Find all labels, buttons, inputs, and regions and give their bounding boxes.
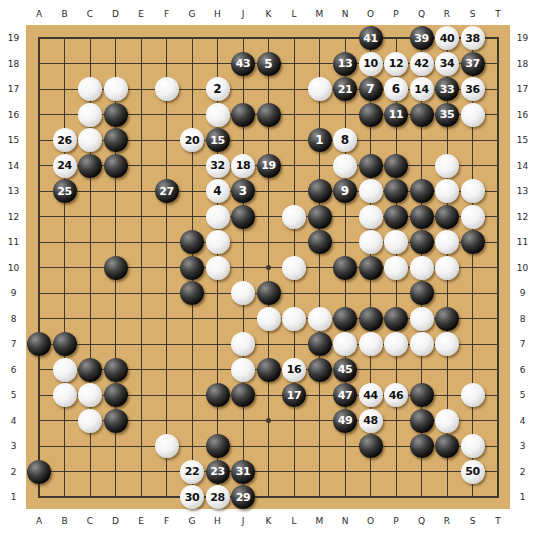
stone-O5[interactable]: 44 (359, 383, 383, 407)
row-label-11-left: 11 (4, 237, 23, 248)
move-number: 39 (414, 32, 428, 45)
stone-S18[interactable]: 37 (461, 52, 485, 76)
row-label-6-left: 6 (4, 365, 23, 376)
move-number: 7 (366, 82, 374, 96)
stone-J1[interactable]: 29 (231, 485, 255, 509)
col-label-R-bottom: R (439, 516, 455, 527)
stone-G15[interactable]: 20 (180, 128, 204, 152)
col-label-C-bottom: C (82, 516, 98, 527)
stone-M7[interactable] (308, 332, 332, 356)
stone-C5[interactable] (78, 383, 102, 407)
stone-D4[interactable] (104, 409, 128, 433)
stone-H16[interactable] (206, 103, 230, 127)
stone-R8[interactable] (435, 307, 459, 331)
stone-P14[interactable] (384, 154, 408, 178)
stone-S11[interactable] (461, 230, 485, 254)
stone-H15[interactable]: 15 (206, 128, 230, 152)
grid-line-vertical (497, 37, 499, 498)
col-label-O-top: O (363, 9, 379, 20)
stone-Q19[interactable]: 39 (410, 26, 434, 50)
stone-M11[interactable] (308, 230, 332, 254)
stone-C6[interactable] (78, 358, 102, 382)
move-number: 34 (440, 57, 454, 70)
stone-P5[interactable]: 46 (384, 383, 408, 407)
col-label-C-top: C (82, 9, 98, 20)
stone-N6[interactable]: 45 (333, 358, 357, 382)
stone-M13[interactable] (308, 179, 332, 203)
row-label-13-right: 13 (513, 186, 532, 197)
stone-D16[interactable] (104, 103, 128, 127)
stone-D14[interactable] (104, 154, 128, 178)
stone-G1[interactable]: 30 (180, 485, 204, 509)
stone-C14[interactable] (78, 154, 102, 178)
stone-P16[interactable]: 11 (384, 103, 408, 127)
move-number: 49 (338, 414, 352, 427)
move-number: 29 (236, 491, 250, 504)
col-label-S-bottom: S (465, 516, 481, 527)
row-label-10-left: 10 (4, 263, 23, 274)
stone-O18[interactable]: 10 (359, 52, 383, 76)
move-number: 28 (210, 491, 224, 504)
col-label-R-top: R (439, 9, 455, 20)
stone-H10[interactable] (206, 256, 230, 280)
move-number: 1 (315, 133, 323, 147)
stone-A7[interactable] (27, 332, 51, 356)
stone-S12[interactable] (461, 205, 485, 229)
stone-J12[interactable] (231, 205, 255, 229)
move-number: 47 (338, 389, 352, 402)
stone-K14[interactable]: 19 (257, 154, 281, 178)
row-label-16-right: 16 (513, 110, 532, 121)
move-number: 31 (236, 465, 250, 478)
stone-P10[interactable] (384, 256, 408, 280)
move-number: 14 (414, 83, 428, 96)
grid-line-horizontal (38, 496, 499, 498)
stone-K16[interactable] (257, 103, 281, 127)
stone-R11[interactable] (435, 230, 459, 254)
col-label-D-top: D (108, 9, 124, 20)
stone-D5[interactable] (104, 383, 128, 407)
stone-Q7[interactable] (410, 332, 434, 356)
col-label-B-top: B (57, 9, 73, 20)
stone-J18[interactable]: 43 (231, 52, 255, 76)
stone-J16[interactable] (231, 103, 255, 127)
stone-O17[interactable]: 7 (359, 77, 383, 101)
stone-H17[interactable]: 2 (206, 77, 230, 101)
stone-R14[interactable] (435, 154, 459, 178)
move-number: 27 (159, 185, 173, 198)
move-number: 36 (465, 83, 479, 96)
stone-R16[interactable]: 35 (435, 103, 459, 127)
col-label-D-bottom: D (108, 516, 124, 527)
stone-J9[interactable] (231, 281, 255, 305)
row-label-8-right: 8 (513, 314, 532, 325)
col-label-H-top: H (210, 9, 226, 20)
row-label-19-right: 19 (513, 33, 532, 44)
move-number: 17 (287, 389, 301, 402)
stone-D10[interactable] (104, 256, 128, 280)
stone-H13[interactable]: 4 (206, 179, 230, 203)
stone-H5[interactable] (206, 383, 230, 407)
col-label-P-top: P (388, 9, 404, 20)
stone-Q4[interactable] (410, 409, 434, 433)
stone-C4[interactable] (78, 409, 102, 433)
stone-O8[interactable] (359, 307, 383, 331)
stone-A2[interactable] (27, 460, 51, 484)
stone-H14[interactable]: 32 (206, 154, 230, 178)
stone-B6[interactable] (53, 358, 77, 382)
col-label-L-top: L (286, 9, 302, 20)
stone-K18[interactable]: 5 (257, 52, 281, 76)
move-number: 25 (57, 185, 71, 198)
stone-F17[interactable] (155, 77, 179, 101)
row-label-13-left: 13 (4, 186, 23, 197)
stone-O13[interactable] (359, 179, 383, 203)
col-label-T-top: T (490, 9, 506, 20)
stone-J6[interactable] (231, 358, 255, 382)
stone-L5[interactable]: 17 (282, 383, 306, 407)
col-label-A-bottom: A (31, 516, 47, 527)
col-label-H-bottom: H (210, 516, 226, 527)
stone-N13[interactable]: 9 (333, 179, 357, 203)
row-label-7-left: 7 (4, 339, 23, 350)
stone-D15[interactable] (104, 128, 128, 152)
grid-line-horizontal (38, 471, 499, 472)
move-number: 38 (465, 32, 479, 45)
stone-M15[interactable]: 1 (308, 128, 332, 152)
stone-P12[interactable] (384, 205, 408, 229)
move-number: 6 (392, 82, 400, 96)
stone-R10[interactable] (435, 256, 459, 280)
move-number: 22 (185, 465, 199, 478)
stone-O12[interactable] (359, 205, 383, 229)
stone-M17[interactable] (308, 77, 332, 101)
stone-B5[interactable] (53, 383, 77, 407)
stone-J14[interactable]: 18 (231, 154, 255, 178)
stone-J7[interactable] (231, 332, 255, 356)
row-label-18-right: 18 (513, 59, 532, 70)
row-label-19-left: 19 (4, 33, 23, 44)
row-label-4-right: 4 (513, 416, 532, 427)
stone-J5[interactable] (231, 383, 255, 407)
stone-Q3[interactable] (410, 434, 434, 458)
stone-R12[interactable] (435, 205, 459, 229)
move-number: 5 (264, 57, 272, 71)
stone-M8[interactable] (308, 307, 332, 331)
row-label-12-left: 12 (4, 212, 23, 223)
col-label-F-bottom: F (159, 516, 175, 527)
stone-H2[interactable]: 23 (206, 460, 230, 484)
row-label-8-left: 8 (4, 314, 23, 325)
move-number: 24 (57, 159, 71, 172)
stone-O14[interactable] (359, 154, 383, 178)
stone-P11[interactable] (384, 230, 408, 254)
move-number: 20 (185, 134, 199, 147)
col-label-G-bottom: G (184, 516, 200, 527)
stone-L8[interactable] (282, 307, 306, 331)
grid-line-vertical (319, 37, 320, 498)
stone-G9[interactable] (180, 281, 204, 305)
stone-S13[interactable] (461, 179, 485, 203)
stone-Q5[interactable] (410, 383, 434, 407)
stone-Q11[interactable] (410, 230, 434, 254)
stone-R13[interactable] (435, 179, 459, 203)
star-point (266, 265, 271, 270)
stone-R4[interactable] (435, 409, 459, 433)
move-number: 15 (210, 134, 224, 147)
move-number: 26 (57, 134, 71, 147)
stone-N10[interactable] (333, 256, 357, 280)
row-label-4-left: 4 (4, 416, 23, 427)
stone-O7[interactable] (359, 332, 383, 356)
col-label-L-bottom: L (286, 516, 302, 527)
col-label-M-top: M (312, 9, 328, 20)
move-number: 3 (239, 184, 247, 198)
move-number: 41 (363, 32, 377, 45)
row-label-2-left: 2 (4, 467, 23, 478)
stone-F3[interactable] (155, 434, 179, 458)
move-number: 37 (465, 57, 479, 70)
stone-K8[interactable] (257, 307, 281, 331)
col-label-S-top: S (465, 9, 481, 20)
move-number: 21 (338, 83, 352, 96)
move-number: 8 (341, 133, 349, 147)
stone-C17[interactable] (78, 77, 102, 101)
move-number: 44 (363, 389, 377, 402)
stone-N4[interactable]: 49 (333, 409, 357, 433)
stone-S5[interactable] (461, 383, 485, 407)
stone-N5[interactable]: 47 (333, 383, 357, 407)
stone-C16[interactable] (78, 103, 102, 127)
move-number: 13 (338, 57, 352, 70)
row-label-3-left: 3 (4, 441, 23, 452)
col-label-N-bottom: N (337, 516, 353, 527)
stone-D6[interactable] (104, 358, 128, 382)
col-label-J-top: J (235, 9, 251, 20)
stone-L10[interactable] (282, 256, 306, 280)
stone-O16[interactable] (359, 103, 383, 127)
stone-Q16[interactable] (410, 103, 434, 127)
row-label-6-right: 6 (513, 365, 532, 376)
col-label-T-bottom: T (490, 516, 506, 527)
row-label-7-right: 7 (513, 339, 532, 350)
stone-Q8[interactable] (410, 307, 434, 331)
row-label-9-right: 9 (513, 288, 532, 299)
stone-L12[interactable] (282, 205, 306, 229)
stone-N8[interactable] (333, 307, 357, 331)
row-label-17-left: 17 (4, 84, 23, 95)
stone-P8[interactable] (384, 307, 408, 331)
stone-G2[interactable]: 22 (180, 460, 204, 484)
row-label-16-left: 16 (4, 110, 23, 121)
row-label-14-right: 14 (513, 161, 532, 172)
col-label-K-top: K (261, 9, 277, 20)
stone-J13[interactable]: 3 (231, 179, 255, 203)
col-label-J-bottom: J (235, 516, 251, 527)
stone-R19[interactable]: 40 (435, 26, 459, 50)
stone-D17[interactable] (104, 77, 128, 101)
row-label-14-left: 14 (4, 161, 23, 172)
stone-R3[interactable] (435, 434, 459, 458)
stone-N14[interactable] (333, 154, 357, 178)
stone-O19[interactable]: 41 (359, 26, 383, 50)
row-label-3-right: 3 (513, 441, 532, 452)
row-label-18-left: 18 (4, 59, 23, 70)
stone-J2[interactable]: 31 (231, 460, 255, 484)
stone-K9[interactable] (257, 281, 281, 305)
stone-R7[interactable] (435, 332, 459, 356)
col-label-O-bottom: O (363, 516, 379, 527)
col-label-P-bottom: P (388, 516, 404, 527)
stone-M12[interactable] (308, 205, 332, 229)
row-label-1-left: 1 (4, 492, 23, 503)
move-number: 50 (465, 465, 479, 478)
stone-N18[interactable]: 13 (333, 52, 357, 76)
stone-C15[interactable] (78, 128, 102, 152)
stone-P13[interactable] (384, 179, 408, 203)
stone-H11[interactable] (206, 230, 230, 254)
row-label-10-right: 10 (513, 263, 532, 274)
stone-P17[interactable]: 6 (384, 77, 408, 101)
stone-Q18[interactable]: 42 (410, 52, 434, 76)
col-label-Q-bottom: Q (414, 516, 430, 527)
col-label-A-top: A (31, 9, 47, 20)
col-label-G-top: G (184, 9, 200, 20)
move-number: 35 (440, 108, 454, 121)
stone-R18[interactable]: 34 (435, 52, 459, 76)
stone-P7[interactable] (384, 332, 408, 356)
stone-G10[interactable] (180, 256, 204, 280)
move-number: 10 (363, 57, 377, 70)
move-number: 42 (414, 57, 428, 70)
stone-K6[interactable] (257, 358, 281, 382)
move-number: 45 (338, 363, 352, 376)
move-number: 46 (389, 389, 403, 402)
stone-B15[interactable]: 26 (53, 128, 77, 152)
row-label-9-left: 9 (4, 288, 23, 299)
move-number: 19 (261, 159, 275, 172)
row-label-5-right: 5 (513, 390, 532, 401)
col-label-B-bottom: B (57, 516, 73, 527)
move-number: 48 (363, 414, 377, 427)
stone-H12[interactable] (206, 205, 230, 229)
stone-O3[interactable] (359, 434, 383, 458)
stone-N17[interactable]: 21 (333, 77, 357, 101)
row-label-12-right: 12 (513, 212, 532, 223)
stone-S17[interactable]: 36 (461, 77, 485, 101)
stone-Q13[interactable] (410, 179, 434, 203)
stone-H1[interactable]: 28 (206, 485, 230, 509)
row-label-15-right: 15 (513, 135, 532, 146)
stone-B13[interactable]: 25 (53, 179, 77, 203)
stone-M6[interactable] (308, 358, 332, 382)
star-point (266, 418, 271, 423)
row-label-11-right: 11 (513, 237, 532, 248)
stone-B7[interactable] (53, 332, 77, 356)
stone-L6[interactable]: 16 (282, 358, 306, 382)
stone-Q12[interactable] (410, 205, 434, 229)
stone-O10[interactable] (359, 256, 383, 280)
stone-S3[interactable] (461, 434, 485, 458)
move-number: 43 (236, 57, 250, 70)
stone-G11[interactable] (180, 230, 204, 254)
stone-F13[interactable]: 27 (155, 179, 179, 203)
col-label-M-bottom: M (312, 516, 328, 527)
move-number: 18 (236, 159, 250, 172)
stone-B14[interactable]: 24 (53, 154, 77, 178)
stone-Q9[interactable] (410, 281, 434, 305)
move-number: 12 (389, 57, 403, 70)
go-diagram: 4139403843513101242343722176143336113526… (0, 0, 540, 540)
col-label-F-top: F (159, 9, 175, 20)
stone-Q10[interactable] (410, 256, 434, 280)
move-number: 16 (287, 363, 301, 376)
row-label-2-right: 2 (513, 467, 532, 478)
move-number: 40 (440, 32, 454, 45)
stone-R17[interactable]: 33 (435, 77, 459, 101)
move-number: 32 (210, 159, 224, 172)
move-number: 2 (213, 82, 221, 96)
stone-N15[interactable]: 8 (333, 128, 357, 152)
stone-H3[interactable] (206, 434, 230, 458)
move-number: 9 (341, 184, 349, 198)
stone-N7[interactable] (333, 332, 357, 356)
stone-P18[interactable]: 12 (384, 52, 408, 76)
col-label-K-bottom: K (261, 516, 277, 527)
stone-O11[interactable] (359, 230, 383, 254)
move-number: 11 (389, 108, 403, 121)
row-label-1-right: 1 (513, 492, 532, 503)
stone-Q17[interactable]: 14 (410, 77, 434, 101)
stone-O4[interactable]: 48 (359, 409, 383, 433)
col-label-E-bottom: E (133, 516, 149, 527)
move-number: 4 (213, 184, 221, 198)
col-label-E-top: E (133, 9, 149, 20)
move-number: 23 (210, 465, 224, 478)
stone-S16[interactable] (461, 103, 485, 127)
col-label-Q-top: Q (414, 9, 430, 20)
col-label-N-top: N (337, 9, 353, 20)
row-label-17-right: 17 (513, 84, 532, 95)
row-label-5-left: 5 (4, 390, 23, 401)
move-number: 30 (185, 491, 199, 504)
move-number: 33 (440, 83, 454, 96)
stone-S2[interactable]: 50 (461, 460, 485, 484)
row-label-15-left: 15 (4, 135, 23, 146)
stone-S19[interactable]: 38 (461, 26, 485, 50)
